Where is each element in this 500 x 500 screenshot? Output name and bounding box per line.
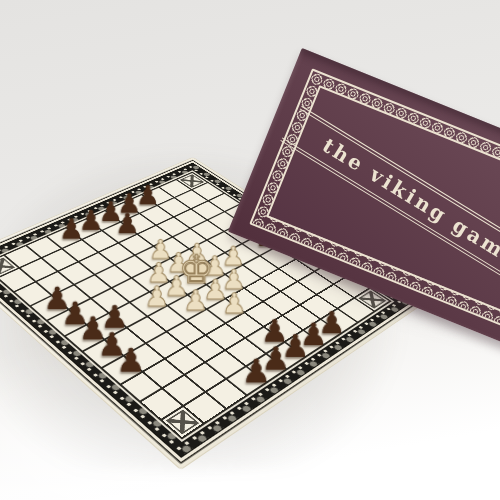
defender-piece[interactable]: ♟ — [136, 282, 178, 310]
attacker-piece[interactable]: ♟ — [108, 210, 146, 238]
defender-piece[interactable]: ♟ — [175, 286, 217, 314]
attacker-piece[interactable]: ♟ — [108, 345, 154, 378]
defender-piece[interactable]: ♟ — [213, 289, 255, 317]
attacker-piece[interactable]: ♟ — [52, 216, 91, 244]
attacker-piece[interactable]: ♟ — [234, 355, 279, 388]
